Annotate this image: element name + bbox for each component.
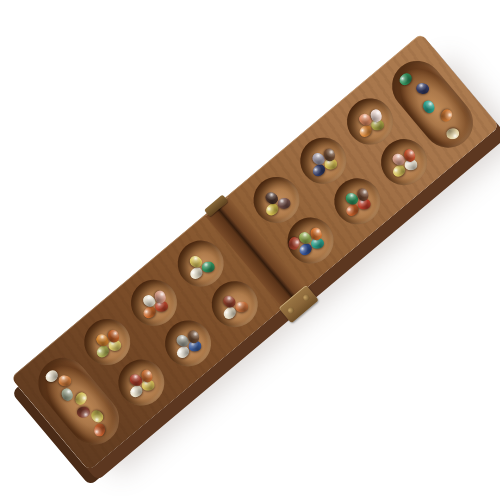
stone-orange: [57, 374, 72, 388]
stone-malachite-green: [201, 261, 215, 273]
hinge-far-icon: [204, 194, 228, 216]
stone-cream: [446, 127, 460, 140]
photo-background: [0, 0, 500, 500]
stone-orange: [438, 107, 454, 124]
stone-malachite-green: [397, 71, 414, 88]
stone-orange: [235, 301, 249, 313]
stone-gray-green: [60, 386, 75, 402]
hinge-near-icon: [278, 285, 318, 323]
stone-olive-yellow: [88, 408, 105, 425]
stone-maroon: [76, 406, 90, 419]
stone-yellow: [73, 390, 89, 407]
stone-orange-red: [93, 423, 106, 437]
stone-white: [43, 368, 60, 385]
mancala-board: [10, 33, 499, 471]
stone-brown: [277, 197, 291, 209]
stone-teal: [421, 98, 436, 114]
stone-navy: [415, 82, 430, 96]
